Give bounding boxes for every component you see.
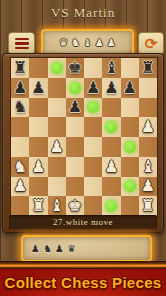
square-h7[interactable]: [139, 78, 157, 98]
square-c6[interactable]: [48, 98, 66, 118]
square-f8[interactable]: ♝: [102, 58, 120, 78]
piece-white-pawn: ♟: [31, 159, 45, 175]
piece-black-pawn: ♟: [122, 80, 136, 96]
square-d7[interactable]: [66, 78, 84, 98]
captured-pawn: ♟: [107, 38, 116, 48]
square-c3[interactable]: [48, 157, 66, 177]
square-c4[interactable]: ♟: [48, 137, 66, 157]
captured-pawn: ♟: [31, 244, 40, 254]
square-d3[interactable]: [66, 157, 84, 177]
square-e7[interactable]: ♟: [84, 78, 102, 98]
board-frame: ♜♚♝♜♟♟♟♟♟♞♟♟♟♞♟♟♝♟♟♜♝♚♜ 27.white move: [2, 53, 164, 233]
square-g5[interactable]: [121, 117, 139, 137]
piece-black-pawn: ♟: [86, 80, 100, 96]
legal-move-highlight: [105, 121, 117, 133]
square-b4[interactable]: [29, 137, 47, 157]
square-c7[interactable]: [48, 78, 66, 98]
square-d6[interactable]: ♟: [66, 98, 84, 118]
square-g2[interactable]: [121, 177, 139, 197]
ad-flame-divider: [0, 261, 166, 269]
square-e8[interactable]: [84, 58, 102, 78]
square-h1[interactable]: ♜: [139, 196, 157, 216]
legal-move-highlight: [124, 180, 136, 192]
square-g1[interactable]: [121, 196, 139, 216]
square-h4[interactable]: [139, 137, 157, 157]
piece-white-pawn: ♟: [104, 159, 118, 175]
menu-button[interactable]: [8, 32, 35, 55]
square-h2[interactable]: ♟: [139, 177, 157, 197]
square-c1[interactable]: ♝: [48, 196, 66, 216]
square-g6[interactable]: [121, 98, 139, 118]
captured-pieces-tray-bottom: ♟♞♟♛: [21, 235, 152, 262]
legal-move-highlight: [69, 82, 81, 94]
piece-white-rook: ♜: [141, 198, 155, 214]
piece-black-pawn: ♟: [68, 99, 82, 115]
move-status: 27.white move: [9, 215, 157, 229]
captured-queen: ♛: [67, 244, 76, 254]
captured-pawn: ♟: [95, 38, 104, 48]
square-b7[interactable]: ♟: [29, 78, 47, 98]
piece-black-pawn: ♟: [13, 80, 27, 96]
piece-black-king: ♚: [68, 60, 82, 76]
square-f7[interactable]: ♟: [102, 78, 120, 98]
piece-white-bishop: ♝: [49, 198, 63, 214]
square-h5[interactable]: ♟: [139, 117, 157, 137]
legal-move-highlight: [105, 200, 117, 212]
piece-white-pawn: ♟: [49, 139, 63, 155]
square-f3[interactable]: ♟: [102, 157, 120, 177]
square-d4[interactable]: [66, 137, 84, 157]
square-d5[interactable]: [66, 117, 84, 137]
square-h6[interactable]: [139, 98, 157, 118]
flip-board-button[interactable]: ⟳: [138, 32, 164, 55]
square-b1[interactable]: ♜: [29, 196, 47, 216]
captured-pawn: ♟: [55, 244, 64, 254]
piece-black-rook: ♜: [13, 60, 27, 76]
piece-white-bishop: ♝: [141, 159, 155, 175]
square-a6[interactable]: ♞: [11, 98, 29, 118]
captured-knight: ♞: [43, 244, 52, 254]
piece-black-rook: ♜: [141, 60, 155, 76]
piece-black-bishop: ♝: [104, 60, 118, 76]
legal-move-highlight: [124, 141, 136, 153]
legal-move-highlight: [87, 101, 99, 113]
square-a7[interactable]: ♟: [11, 78, 29, 98]
square-e5[interactable]: [84, 117, 102, 137]
square-g4[interactable]: [121, 137, 139, 157]
piece-white-knight: ♞: [13, 159, 27, 175]
square-c2[interactable]: [48, 177, 66, 197]
square-b8[interactable]: [29, 58, 47, 78]
square-f1[interactable]: [102, 196, 120, 216]
captured-bishop: ♝: [83, 38, 92, 48]
square-b2[interactable]: [29, 177, 47, 197]
square-d2[interactable]: [66, 177, 84, 197]
square-h8[interactable]: ♜: [139, 58, 157, 78]
square-a1[interactable]: [11, 196, 29, 216]
square-f2[interactable]: [102, 177, 120, 197]
refresh-icon: ⟳: [145, 36, 158, 51]
legal-move-highlight: [51, 62, 63, 74]
square-g3[interactable]: [121, 157, 139, 177]
square-e3[interactable]: [84, 157, 102, 177]
square-h3[interactable]: ♝: [139, 157, 157, 177]
square-e2[interactable]: [84, 177, 102, 197]
piece-white-rook: ♜: [31, 198, 45, 214]
square-f6[interactable]: [102, 98, 120, 118]
square-c5[interactable]: [48, 117, 66, 137]
square-f4[interactable]: [102, 137, 120, 157]
square-b3[interactable]: ♟: [29, 157, 47, 177]
captured-queen: ♛: [59, 38, 68, 48]
piece-black-knight: ♞: [13, 99, 27, 115]
square-d8[interactable]: ♚: [66, 58, 84, 78]
square-c8[interactable]: [48, 58, 66, 78]
square-b6[interactable]: [29, 98, 47, 118]
captured-knight: ♞: [71, 38, 80, 48]
ad-banner-text: Collect Chess Pieces: [5, 274, 162, 291]
square-a2[interactable]: ♟: [11, 177, 29, 197]
opponent-title: VS Martin: [0, 5, 166, 21]
square-f5[interactable]: [102, 117, 120, 137]
square-a3[interactable]: ♞: [11, 157, 29, 177]
square-g8[interactable]: [121, 58, 139, 78]
square-d1[interactable]: ♚: [66, 196, 84, 216]
piece-black-pawn: ♟: [104, 80, 118, 96]
square-a5[interactable]: [11, 117, 29, 137]
square-a4[interactable]: [11, 137, 29, 157]
square-e4[interactable]: [84, 137, 102, 157]
piece-white-king: ♚: [68, 198, 82, 214]
square-a8[interactable]: ♜: [11, 58, 29, 78]
square-e1[interactable]: [84, 196, 102, 216]
piece-black-pawn: ♟: [31, 80, 45, 96]
piece-white-pawn: ♟: [141, 178, 155, 194]
square-g7[interactable]: ♟: [121, 78, 139, 98]
piece-white-pawn: ♟: [141, 119, 155, 135]
square-e6[interactable]: [84, 98, 102, 118]
piece-white-pawn: ♟: [13, 178, 27, 194]
ad-banner[interactable]: Collect Chess Pieces: [0, 269, 166, 296]
chess-app: VS Martin ♛♞♝♟♟ ⟳ ♜♚♝♜♟♟♟♟♟♞♟♟♟♞♟♟♝♟♟♜♝♚…: [0, 0, 166, 296]
square-b5[interactable]: [29, 117, 47, 137]
chess-board: ♜♚♝♜♟♟♟♟♟♞♟♟♟♞♟♟♝♟♟♜♝♚♜: [10, 57, 158, 217]
